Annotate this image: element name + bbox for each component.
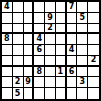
empty-cell[interactable] <box>2 77 13 88</box>
given-cell[interactable]: 2 <box>88 56 99 67</box>
empty-cell[interactable] <box>45 77 56 88</box>
empty-cell[interactable] <box>88 2 99 13</box>
empty-cell[interactable] <box>67 77 78 88</box>
empty-cell[interactable] <box>56 88 67 99</box>
given-cell[interactable]: 7 <box>67 2 78 13</box>
empty-cell[interactable] <box>67 88 78 99</box>
empty-cell[interactable] <box>13 45 24 56</box>
empty-cell[interactable] <box>67 34 78 45</box>
empty-cell[interactable] <box>88 34 99 45</box>
empty-cell[interactable] <box>56 24 67 35</box>
empty-cell[interactable] <box>34 24 45 35</box>
empty-cell[interactable] <box>88 88 99 99</box>
empty-cell[interactable] <box>2 56 13 67</box>
given-cell[interactable]: 8 <box>34 67 45 78</box>
empty-cell[interactable] <box>34 88 45 99</box>
empty-cell[interactable] <box>56 45 67 56</box>
empty-cell[interactable] <box>77 56 88 67</box>
empty-cell[interactable] <box>45 45 56 56</box>
given-cell[interactable]: 4 <box>34 34 45 45</box>
empty-cell[interactable] <box>13 13 24 24</box>
empty-cell[interactable] <box>56 56 67 67</box>
empty-cell[interactable] <box>56 34 67 45</box>
empty-cell[interactable] <box>45 67 56 78</box>
empty-cell[interactable] <box>2 67 13 78</box>
empty-cell[interactable] <box>88 13 99 24</box>
given-cell[interactable]: 9 <box>24 77 35 88</box>
given-cell[interactable]: 1 <box>56 67 67 78</box>
empty-cell[interactable] <box>13 56 24 67</box>
empty-cell[interactable] <box>45 88 56 99</box>
empty-cell[interactable] <box>24 88 35 99</box>
empty-cell[interactable] <box>2 24 13 35</box>
empty-cell[interactable] <box>88 24 99 35</box>
empty-cell[interactable] <box>13 24 24 35</box>
empty-cell[interactable] <box>34 77 45 88</box>
empty-cell[interactable] <box>77 34 88 45</box>
given-cell[interactable]: 4 <box>67 45 78 56</box>
empty-cell[interactable] <box>88 67 99 78</box>
given-cell[interactable]: 5 <box>13 88 24 99</box>
empty-cell[interactable] <box>67 56 78 67</box>
empty-cell[interactable] <box>2 13 13 24</box>
empty-cell[interactable] <box>13 67 24 78</box>
empty-cell[interactable] <box>88 45 99 56</box>
empty-cell[interactable] <box>77 24 88 35</box>
empty-cell[interactable] <box>24 24 35 35</box>
empty-cell[interactable] <box>56 13 67 24</box>
empty-cell[interactable] <box>56 2 67 13</box>
empty-cell[interactable] <box>24 56 35 67</box>
given-cell[interactable]: 4 <box>2 2 13 13</box>
given-cell[interactable]: 6 <box>34 45 45 56</box>
empty-cell[interactable] <box>24 34 35 45</box>
empty-cell[interactable] <box>88 77 99 88</box>
given-cell[interactable]: 8 <box>2 34 13 45</box>
empty-cell[interactable] <box>45 34 56 45</box>
empty-cell[interactable] <box>77 45 88 56</box>
sudoku-board: 47952846428162935 <box>0 0 101 101</box>
empty-cell[interactable] <box>24 2 35 13</box>
empty-cell[interactable] <box>67 24 78 35</box>
empty-cell[interactable] <box>77 88 88 99</box>
empty-cell[interactable] <box>67 13 78 24</box>
empty-cell[interactable] <box>45 56 56 67</box>
empty-cell[interactable] <box>45 2 56 13</box>
empty-cell[interactable] <box>13 2 24 13</box>
empty-cell[interactable] <box>24 45 35 56</box>
empty-cell[interactable] <box>77 67 88 78</box>
empty-cell[interactable] <box>34 13 45 24</box>
empty-cell[interactable] <box>56 77 67 88</box>
empty-cell[interactable] <box>34 56 45 67</box>
empty-cell[interactable] <box>2 88 13 99</box>
empty-cell[interactable] <box>13 34 24 45</box>
given-cell[interactable]: 6 <box>67 67 78 78</box>
given-cell[interactable]: 9 <box>45 13 56 24</box>
empty-cell[interactable] <box>24 67 35 78</box>
given-cell[interactable]: 3 <box>77 77 88 88</box>
given-cell[interactable]: 2 <box>45 24 56 35</box>
empty-cell[interactable] <box>77 2 88 13</box>
empty-cell[interactable] <box>24 13 35 24</box>
empty-cell[interactable] <box>2 45 13 56</box>
given-cell[interactable]: 2 <box>13 77 24 88</box>
given-cell[interactable]: 5 <box>77 13 88 24</box>
empty-cell[interactable] <box>34 2 45 13</box>
